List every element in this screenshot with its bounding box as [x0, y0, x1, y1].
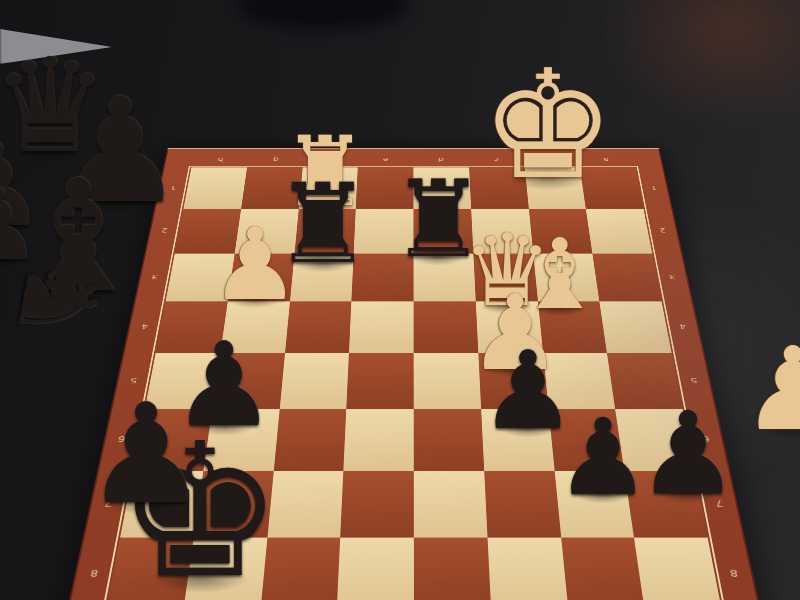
- piece-black-pawn-h7: ♟: [84, 386, 208, 524]
- piece-white-king-b1: ♚: [481, 50, 615, 200]
- piece-black-knight-captured: ♞: [1, 247, 115, 353]
- piece-white-pawn-captured: ♟: [741, 332, 800, 447]
- pieces-layer: ♚♛♜♝♟♟♚♜♜♟♟♟♟♟♛♟♝♟♟♞♟: [0, 0, 800, 600]
- piece-black-rook-f2: ♜: [274, 169, 373, 279]
- photo-scene: hgfedcba 12345678 12345678 hgfedcba ♚♛♜♝…: [0, 0, 800, 600]
- piece-black-rook-d2: ♜: [390, 167, 485, 273]
- piece-black-pawn-a6: ♟: [637, 397, 739, 511]
